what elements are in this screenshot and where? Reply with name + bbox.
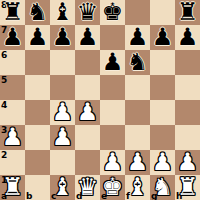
piece-black-king[interactable]: ♚: [102, 0, 124, 25]
square-a6[interactable]: 6: [0, 50, 25, 75]
piece-black-pawn[interactable]: ♟: [77, 25, 99, 50]
square-d4[interactable]: ♟: [75, 100, 100, 125]
square-d3[interactable]: [75, 125, 100, 150]
square-f1[interactable]: f♝: [125, 175, 150, 200]
square-c5[interactable]: [50, 75, 75, 100]
square-g2[interactable]: ♟: [150, 150, 175, 175]
square-a2[interactable]: 2: [0, 150, 25, 175]
square-b1[interactable]: b: [25, 175, 50, 200]
square-f7[interactable]: ♟: [125, 25, 150, 50]
piece-white-rook[interactable]: ♜: [177, 175, 199, 200]
square-a1[interactable]: 1a♜: [0, 175, 25, 200]
square-g7[interactable]: ♟: [150, 25, 175, 50]
piece-white-knight[interactable]: ♞: [152, 175, 174, 200]
square-e4[interactable]: [100, 100, 125, 125]
square-b6[interactable]: [25, 50, 50, 75]
square-e7[interactable]: [100, 25, 125, 50]
square-b8[interactable]: ♞: [25, 0, 50, 25]
piece-white-bishop[interactable]: ♝: [127, 175, 149, 200]
piece-white-king[interactable]: ♚: [102, 175, 124, 200]
piece-white-pawn[interactable]: ♟: [52, 100, 74, 125]
square-d7[interactable]: ♟: [75, 25, 100, 50]
square-c4[interactable]: ♟: [50, 100, 75, 125]
square-c8[interactable]: ♝: [50, 0, 75, 25]
square-g4[interactable]: [150, 100, 175, 125]
piece-black-knight[interactable]: ♞: [127, 50, 149, 75]
piece-white-pawn[interactable]: ♟: [152, 150, 174, 175]
square-f8[interactable]: [125, 0, 150, 25]
piece-black-pawn[interactable]: ♟: [102, 50, 124, 75]
piece-white-pawn[interactable]: ♟: [127, 150, 149, 175]
square-g8[interactable]: [150, 0, 175, 25]
piece-black-pawn[interactable]: ♟: [152, 25, 174, 50]
square-b2[interactable]: [25, 150, 50, 175]
piece-white-rook[interactable]: ♜: [2, 175, 24, 200]
square-c2[interactable]: [50, 150, 75, 175]
square-e3[interactable]: [100, 125, 125, 150]
square-h3[interactable]: [175, 125, 200, 150]
piece-black-pawn[interactable]: ♟: [177, 25, 199, 50]
square-f4[interactable]: [125, 100, 150, 125]
piece-white-pawn[interactable]: ♟: [102, 150, 124, 175]
square-g5[interactable]: [150, 75, 175, 100]
piece-white-pawn[interactable]: ♟: [2, 125, 24, 150]
square-d5[interactable]: [75, 75, 100, 100]
piece-black-bishop[interactable]: ♝: [52, 0, 74, 25]
square-h8[interactable]: ♜: [175, 0, 200, 25]
piece-black-pawn[interactable]: ♟: [52, 25, 74, 50]
piece-white-queen[interactable]: ♛: [77, 175, 99, 200]
square-d8[interactable]: ♛: [75, 0, 100, 25]
square-b7[interactable]: ♟: [25, 25, 50, 50]
square-g6[interactable]: [150, 50, 175, 75]
square-f6[interactable]: ♞: [125, 50, 150, 75]
square-d1[interactable]: d♛: [75, 175, 100, 200]
square-f3[interactable]: [125, 125, 150, 150]
square-f5[interactable]: [125, 75, 150, 100]
piece-black-knight[interactable]: ♞: [27, 0, 49, 25]
square-b4[interactable]: [25, 100, 50, 125]
square-h5[interactable]: [175, 75, 200, 100]
file-label-b: b: [26, 192, 32, 200]
piece-black-rook[interactable]: ♜: [2, 0, 24, 25]
square-b5[interactable]: [25, 75, 50, 100]
square-a5[interactable]: 5: [0, 75, 25, 100]
piece-white-bishop[interactable]: ♝: [52, 175, 74, 200]
square-e8[interactable]: ♚: [100, 0, 125, 25]
square-b3[interactable]: [25, 125, 50, 150]
rank-label-6: 6: [1, 50, 7, 60]
square-a7[interactable]: 7♟: [0, 25, 25, 50]
square-c6[interactable]: [50, 50, 75, 75]
piece-black-queen[interactable]: ♛: [77, 0, 99, 25]
square-e5[interactable]: [100, 75, 125, 100]
square-h2[interactable]: ♟: [175, 150, 200, 175]
square-e6[interactable]: ♟: [100, 50, 125, 75]
square-c7[interactable]: ♟: [50, 25, 75, 50]
piece-black-pawn[interactable]: ♟: [127, 25, 149, 50]
rank-label-4: 4: [1, 100, 7, 110]
square-c3[interactable]: ♟: [50, 125, 75, 150]
square-a8[interactable]: 8♜: [0, 0, 25, 25]
square-g3[interactable]: [150, 125, 175, 150]
square-e1[interactable]: e♚: [100, 175, 125, 200]
piece-black-pawn[interactable]: ♟: [2, 25, 24, 50]
square-a4[interactable]: 4: [0, 100, 25, 125]
piece-black-rook[interactable]: ♜: [177, 0, 199, 25]
piece-white-pawn[interactable]: ♟: [177, 150, 199, 175]
chess-board: 8♜♞♝♛♚♜7♟♟♟♟♟♟♟6♟♞54♟♟3♟♟2♟♟♟♟1a♜bc♝d♛e♚…: [0, 0, 200, 200]
square-h7[interactable]: ♟: [175, 25, 200, 50]
square-c1[interactable]: c♝: [50, 175, 75, 200]
square-g1[interactable]: g♞: [150, 175, 175, 200]
rank-label-5: 5: [1, 75, 7, 85]
square-f2[interactable]: ♟: [125, 150, 150, 175]
square-h6[interactable]: [175, 50, 200, 75]
square-a3[interactable]: 3♟: [0, 125, 25, 150]
piece-white-pawn[interactable]: ♟: [77, 100, 99, 125]
piece-white-pawn[interactable]: ♟: [52, 125, 74, 150]
piece-black-pawn[interactable]: ♟: [27, 25, 49, 50]
square-d6[interactable]: [75, 50, 100, 75]
square-h1[interactable]: h♜: [175, 175, 200, 200]
square-h4[interactable]: [175, 100, 200, 125]
square-d2[interactable]: [75, 150, 100, 175]
rank-label-2: 2: [1, 150, 7, 160]
square-e2[interactable]: ♟: [100, 150, 125, 175]
